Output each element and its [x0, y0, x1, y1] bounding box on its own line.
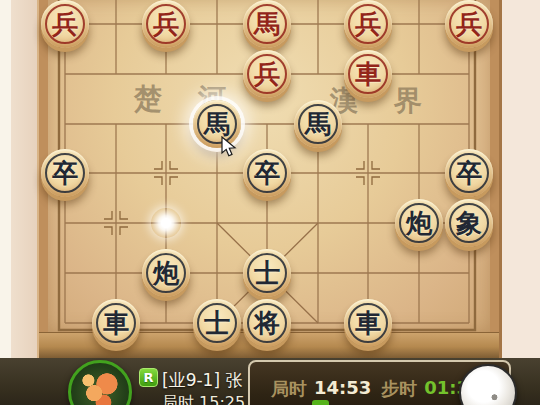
game-time-value: 14:53: [314, 377, 371, 398]
piece-black-炮[interactable]: 炮: [395, 199, 443, 247]
piece-red-馬[interactable]: 馬: [243, 0, 291, 48]
piece-black-士[interactable]: 士: [193, 299, 241, 347]
piece-black-馬[interactable]: 馬: [294, 100, 342, 148]
letterbox-strip-left-white: [0, 0, 11, 358]
piece-black-車[interactable]: 車: [344, 299, 392, 347]
piece-black-象[interactable]: 象: [445, 199, 493, 247]
piece-black-卒[interactable]: 卒: [243, 149, 291, 197]
piece-red-兵[interactable]: 兵: [142, 0, 190, 48]
piece-black-炮[interactable]: 炮: [142, 249, 190, 297]
piece-black-卒[interactable]: 卒: [445, 149, 493, 197]
move-time-label: 步时: [381, 377, 417, 401]
opponent-rank-badge-clipped: [312, 400, 329, 405]
player-name: [业9-1] 张: [162, 369, 242, 392]
mouse-cursor: [221, 136, 238, 159]
rank-badge: R: [139, 368, 158, 387]
piece-red-兵[interactable]: 兵: [445, 0, 493, 48]
piece-black-将[interactable]: 将: [243, 299, 291, 347]
player-total-time: 局时 15:25: [162, 393, 245, 405]
piece-black-士[interactable]: 士: [243, 249, 291, 297]
letterbox-strip-left-pink: [11, 0, 37, 358]
piece-red-兵[interactable]: 兵: [344, 0, 392, 48]
piece-red-兵[interactable]: 兵: [41, 0, 89, 48]
piece-black-車[interactable]: 車: [92, 299, 140, 347]
piece-red-車[interactable]: 車: [344, 50, 392, 98]
piece-black-卒[interactable]: 卒: [41, 149, 89, 197]
piece-red-兵[interactable]: 兵: [243, 50, 291, 98]
xiangqi-game-screen: 楚 河 漢 界 兵兵馬兵兵兵車馬馬卒卒卒炮象炮士車士将車 R [业9-1] 张 …: [0, 0, 540, 405]
last-move-origin-glow: [151, 208, 181, 238]
game-time-label: 局时: [271, 377, 307, 401]
letterbox-strip-right-pink: [502, 0, 540, 358]
